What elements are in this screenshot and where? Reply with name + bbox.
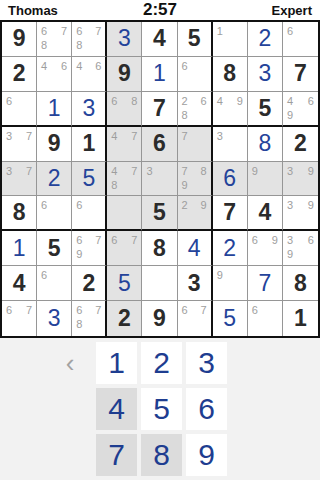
pencil-mark: 6 [308, 94, 314, 108]
given-digit: 2 [107, 301, 141, 336]
pencil-marks: 46 [76, 59, 101, 89]
cell-r1c8[interactable]: 2 [248, 22, 283, 57]
given-digit: 5 [142, 196, 176, 229]
user-digit: 8 [248, 127, 282, 161]
pencil-mark: 4 [287, 94, 293, 108]
cell-r9c9[interactable]: 1 [283, 301, 318, 336]
user-digit: 4 [178, 231, 211, 265]
cell-r5c6[interactable]: 789 [178, 162, 213, 197]
pencil-marks: 678 [76, 24, 101, 54]
given-digit: 4 [248, 196, 282, 229]
given-digit: 8 [213, 57, 247, 91]
cell-r9c6[interactable]: 67 [178, 301, 213, 336]
number-keypad: 123456789 [96, 342, 227, 476]
pencil-mark: 8 [182, 108, 188, 122]
cell-r6c7[interactable]: 7 [213, 196, 248, 231]
sudoku-app: Thomas 2:57 Expert 967867834512624646916… [0, 0, 320, 480]
cell-r4c2[interactable]: 9 [37, 127, 72, 162]
cell-r6c6[interactable]: 29 [178, 196, 213, 231]
pencil-mark: 6 [252, 303, 258, 317]
cell-r1c3[interactable]: 678 [72, 22, 107, 57]
user-digit: 5 [107, 266, 141, 300]
game-timer: 2:57 [143, 0, 177, 20]
given-digit: 9 [37, 127, 71, 161]
cell-r3c8[interactable]: 5 [248, 92, 283, 127]
pencil-mark: 9 [252, 164, 258, 178]
pencil-mark: 3 [6, 164, 12, 178]
cell-r7c3[interactable]: 679 [72, 231, 107, 266]
pencil-mark: 9 [201, 198, 207, 212]
pencil-mark: 7 [131, 129, 137, 143]
given-digit: 9 [142, 301, 176, 336]
pencil-marks: 6 [76, 198, 101, 227]
pencil-mark: 8 [76, 38, 82, 52]
pencil-mark: 9 [272, 233, 278, 247]
given-digit: 5 [37, 231, 71, 265]
pencil-marks: 6 [41, 198, 67, 227]
cell-r6c4[interactable] [107, 196, 142, 231]
cell-r4c7[interactable]: 3 [213, 127, 248, 162]
pencil-mark: 7 [26, 164, 32, 178]
cell-r1c7[interactable]: 1 [213, 22, 248, 57]
pencil-mark: 6 [95, 59, 101, 73]
pencil-mark: 4 [111, 129, 117, 143]
given-digit: 1 [283, 301, 318, 336]
cell-r8c9[interactable]: 8 [283, 266, 318, 301]
keypad-digit-7[interactable]: 7 [96, 434, 137, 476]
cell-r4c6[interactable]: 7 [178, 127, 213, 162]
cell-r4c9[interactable]: 2 [283, 127, 318, 162]
pencil-marks: 39 [287, 198, 314, 227]
pencil-marks: 1 [217, 24, 243, 54]
pencil-mark: 6 [41, 198, 47, 212]
cell-r3c4[interactable]: 68 [107, 92, 142, 127]
pencil-marks: 3 [146, 164, 172, 194]
given-digit: 8 [2, 196, 36, 229]
user-digit: 2 [37, 162, 71, 196]
pencil-mark: 9 [287, 108, 293, 122]
pencil-mark: 2 [182, 198, 188, 212]
cell-r5c8[interactable]: 9 [248, 162, 283, 197]
cell-r8c3[interactable]: 2 [72, 266, 107, 301]
keypad-digit-5[interactable]: 5 [141, 388, 182, 430]
cell-r8c4[interactable]: 5 [107, 266, 142, 301]
cell-r7c9[interactable]: 369 [283, 231, 318, 266]
pencil-mark: 7 [182, 129, 188, 143]
pencil-mark: 7 [131, 164, 137, 178]
pencil-marks: 49 [217, 94, 243, 123]
pencil-mark: 7 [201, 303, 207, 317]
cell-r2c8[interactable]: 3 [248, 57, 283, 92]
pencil-marks: 469 [287, 94, 314, 123]
user-digit: 3 [72, 92, 105, 125]
cell-r5c2[interactable]: 2 [37, 162, 72, 197]
pencil-mark: 2 [182, 94, 188, 108]
cell-r2c9[interactable]: 7 [283, 57, 318, 92]
given-digit: 5 [178, 22, 211, 56]
given-digit: 7 [283, 57, 318, 91]
cell-r5c3[interactable]: 5 [72, 162, 107, 197]
pencil-marks: 678 [41, 24, 67, 54]
cell-r4c3[interactable]: 1 [72, 127, 107, 162]
cell-r9c1[interactable]: 67 [2, 301, 37, 336]
cell-r4c8[interactable]: 8 [248, 127, 283, 162]
given-digit: 2 [2, 57, 36, 91]
cell-r5c1[interactable]: 37 [2, 162, 37, 197]
pencil-mark: 7 [26, 303, 32, 317]
pencil-mark: 9 [308, 198, 314, 212]
pencil-marks: 6 [287, 24, 314, 54]
pencil-mark: 6 [41, 24, 47, 38]
pencil-mark: 1 [217, 24, 223, 38]
cell-r3c7[interactable]: 49 [213, 92, 248, 127]
cell-r9c2[interactable]: 3 [37, 301, 72, 336]
cell-r6c8[interactable]: 4 [248, 196, 283, 231]
chevron-left-icon: ‹ [66, 348, 75, 379]
cell-r9c5[interactable]: 9 [142, 301, 177, 336]
pencil-marks: 7 [182, 129, 207, 159]
pencil-marks: 6 [252, 303, 278, 334]
pencil-marks: 9 [252, 164, 278, 194]
pencil-marks: 369 [287, 233, 314, 263]
pencil-marks: 37 [6, 129, 32, 159]
pencil-mark: 7 [95, 233, 101, 247]
user-digit: 3 [107, 22, 141, 56]
cell-r1c1[interactable]: 9 [2, 22, 37, 57]
given-digit: 2 [72, 266, 105, 300]
pencil-mark: 6 [6, 303, 12, 317]
pencil-mark: 7 [95, 24, 101, 38]
pencil-mark: 9 [308, 164, 314, 178]
cell-r4c4[interactable]: 47 [107, 127, 142, 162]
user-digit: 5 [72, 162, 105, 196]
cell-r1c5[interactable]: 4 [142, 22, 177, 57]
pencil-mark: 6 [6, 94, 12, 108]
pencil-marks: 68 [111, 94, 137, 123]
pencil-mark: 8 [131, 94, 137, 108]
pencil-mark: 4 [217, 94, 223, 108]
cell-r9c8[interactable]: 6 [248, 301, 283, 336]
given-digit: 2 [283, 127, 318, 161]
cell-r9c7[interactable]: 5 [213, 301, 248, 336]
pencil-marks: 678 [76, 303, 101, 334]
player-name: Thomas [8, 3, 143, 18]
user-digit: 5 [213, 301, 247, 336]
pencil-mark: 6 [76, 198, 82, 212]
user-digit: 2 [213, 231, 247, 265]
cell-r3c2[interactable]: 1 [37, 92, 72, 127]
cell-r9c4[interactable]: 2 [107, 301, 142, 336]
keypad-digit-3[interactable]: 3 [186, 342, 227, 384]
pencil-mark: 8 [201, 164, 207, 178]
cell-r4c5[interactable]: 6 [142, 127, 177, 162]
pencil-mark: 6 [41, 268, 47, 282]
pencil-mark: 6 [252, 233, 258, 247]
keypad-digit-2[interactable]: 2 [141, 342, 182, 384]
pencil-mark: 3 [146, 164, 152, 178]
cell-r5c9[interactable]: 39 [283, 162, 318, 197]
cell-r2c7[interactable]: 8 [213, 57, 248, 92]
pencil-mark: 6 [308, 233, 314, 247]
input-pad: ‹ 123456789 [0, 338, 320, 480]
pencil-marks: 37 [6, 164, 32, 194]
pencil-mark: 4 [76, 59, 82, 73]
pencil-mark: 6 [182, 59, 188, 73]
pencil-mark: 8 [111, 178, 117, 192]
pencil-marks: 679 [76, 233, 101, 263]
pencil-mark: 6 [182, 303, 188, 317]
pencil-marks: 67 [6, 303, 32, 334]
given-digit: 7 [213, 196, 247, 229]
pencil-mark: 6 [287, 24, 293, 38]
pencil-mark: 4 [41, 59, 47, 73]
cell-r2c5[interactable]: 1 [142, 57, 177, 92]
pencil-marks: 478 [111, 164, 137, 194]
cell-r5c5[interactable]: 3 [142, 162, 177, 197]
pencil-mark: 7 [131, 233, 137, 247]
cell-r1c9[interactable]: 6 [283, 22, 318, 57]
pencil-marks: 47 [111, 129, 137, 159]
cell-r6c2[interactable]: 6 [37, 196, 72, 231]
user-digit: 3 [248, 57, 282, 91]
pencil-mark: 7 [26, 129, 32, 143]
cell-r9c3[interactable]: 678 [72, 301, 107, 336]
pencil-mark: 3 [217, 129, 223, 143]
keypad-digit-1[interactable]: 1 [96, 342, 137, 384]
pencil-mark: 7 [61, 24, 67, 38]
cell-r5c7[interactable]: 6 [213, 162, 248, 197]
given-digit: 6 [142, 127, 176, 161]
pencil-mark: 9 [237, 94, 243, 108]
user-digit: 1 [37, 92, 71, 125]
pencil-mark: 6 [61, 59, 67, 73]
cell-r1c4[interactable]: 3 [107, 22, 142, 57]
pencil-mark: 8 [76, 317, 82, 331]
cell-r7c6[interactable]: 4 [178, 231, 213, 266]
pencil-mark: 6 [111, 233, 117, 247]
given-digit: 4 [2, 266, 36, 300]
cell-r6c9[interactable]: 39 [283, 196, 318, 231]
sudoku-board: 9678678345126246469168376136872684954693… [0, 20, 320, 338]
pencil-mark: 6 [76, 233, 82, 247]
pencil-marks: 67 [111, 233, 137, 263]
keypad-digit-6[interactable]: 6 [186, 388, 227, 430]
difficulty-label: Expert [177, 3, 312, 18]
pencil-mark: 6 [111, 94, 117, 108]
user-digit: 1 [2, 231, 36, 265]
cell-r6c3[interactable]: 6 [72, 196, 107, 231]
cell-r8c1[interactable]: 4 [2, 266, 37, 301]
user-digit: 6 [213, 162, 247, 196]
cell-r5c4-selected[interactable]: 478 [107, 162, 142, 197]
cell-r7c8[interactable]: 69 [248, 231, 283, 266]
pencil-mark: 8 [41, 38, 47, 52]
cell-r7c4[interactable]: 67 [107, 231, 142, 266]
pencil-marks: 268 [182, 94, 207, 123]
pencil-marks: 789 [182, 164, 207, 194]
cell-r2c3[interactable]: 46 [72, 57, 107, 92]
cell-r8c6[interactable]: 3 [178, 266, 213, 301]
pencil-marks: 69 [252, 233, 278, 263]
pencil-mark: 7 [182, 164, 188, 178]
keypad-digit-4[interactable]: 4 [96, 388, 137, 430]
pencil-mark: 3 [287, 233, 293, 247]
pencil-mark: 6 [76, 303, 82, 317]
header: Thomas 2:57 Expert [0, 0, 320, 20]
cell-r8c8[interactable]: 7 [248, 266, 283, 301]
cell-r8c5[interactable] [142, 266, 177, 301]
cell-r7c2[interactable]: 5 [37, 231, 72, 266]
pencil-marks: 39 [287, 164, 314, 194]
cell-r4c1[interactable]: 37 [2, 127, 37, 162]
user-digit: 7 [248, 266, 282, 300]
pencil-mark: 3 [6, 129, 12, 143]
pencil-marks: 29 [182, 198, 207, 227]
cell-r1c6[interactable]: 5 [178, 22, 213, 57]
cell-r3c5[interactable]: 7 [142, 92, 177, 127]
pencil-mark: 3 [287, 164, 293, 178]
pencil-marks: 46 [41, 59, 67, 89]
given-digit: 4 [142, 22, 176, 56]
pencil-mark: 6 [201, 94, 207, 108]
pencil-mark: 9 [287, 247, 293, 261]
user-digit: 2 [248, 22, 282, 56]
cell-r3c3[interactable]: 3 [72, 92, 107, 127]
cell-r2c1[interactable]: 2 [2, 57, 37, 92]
pencil-mark: 9 [76, 247, 82, 261]
pencil-mark: 6 [76, 24, 82, 38]
pencil-marks: 6 [182, 59, 207, 89]
pencil-mark: 3 [287, 198, 293, 212]
given-digit: 3 [178, 266, 211, 300]
user-digit: 3 [37, 301, 71, 336]
given-digit: 9 [107, 57, 141, 91]
given-digit: 8 [283, 266, 318, 300]
pencil-mark: 9 [217, 268, 223, 282]
user-digit: 1 [142, 57, 176, 91]
pencil-marks: 67 [182, 303, 207, 334]
back-chevron-button[interactable]: ‹ [54, 342, 86, 384]
pencil-marks: 3 [217, 129, 243, 159]
given-digit: 9 [2, 22, 36, 56]
given-digit: 8 [142, 231, 176, 265]
pencil-mark: 4 [111, 164, 117, 178]
cell-r3c1[interactable]: 6 [2, 92, 37, 127]
given-digit: 7 [142, 92, 176, 125]
cell-r7c1[interactable]: 1 [2, 231, 37, 266]
cell-r2c4[interactable]: 9 [107, 57, 142, 92]
cell-r8c2[interactable]: 6 [37, 266, 72, 301]
cell-r6c1[interactable]: 8 [2, 196, 37, 231]
pencil-marks: 9 [217, 268, 243, 298]
pencil-marks: 6 [6, 94, 32, 123]
cell-r3c9[interactable]: 469 [283, 92, 318, 127]
pencil-marks: 6 [41, 268, 67, 298]
cell-r7c7[interactable]: 2 [213, 231, 248, 266]
cell-r2c6[interactable]: 6 [178, 57, 213, 92]
keypad-digit-8[interactable]: 8 [141, 434, 182, 476]
pencil-mark: 7 [95, 303, 101, 317]
given-digit: 5 [248, 92, 282, 125]
cell-r2c2[interactable]: 46 [37, 57, 72, 92]
cell-r8c7[interactable]: 9 [213, 266, 248, 301]
cell-r6c5[interactable]: 5 [142, 196, 177, 231]
given-digit: 1 [72, 127, 105, 161]
cell-r1c2[interactable]: 678 [37, 22, 72, 57]
cell-r3c6[interactable]: 268 [178, 92, 213, 127]
pencil-mark: 9 [182, 178, 188, 192]
keypad-digit-9[interactable]: 9 [186, 434, 227, 476]
cell-r7c5[interactable]: 8 [142, 231, 177, 266]
